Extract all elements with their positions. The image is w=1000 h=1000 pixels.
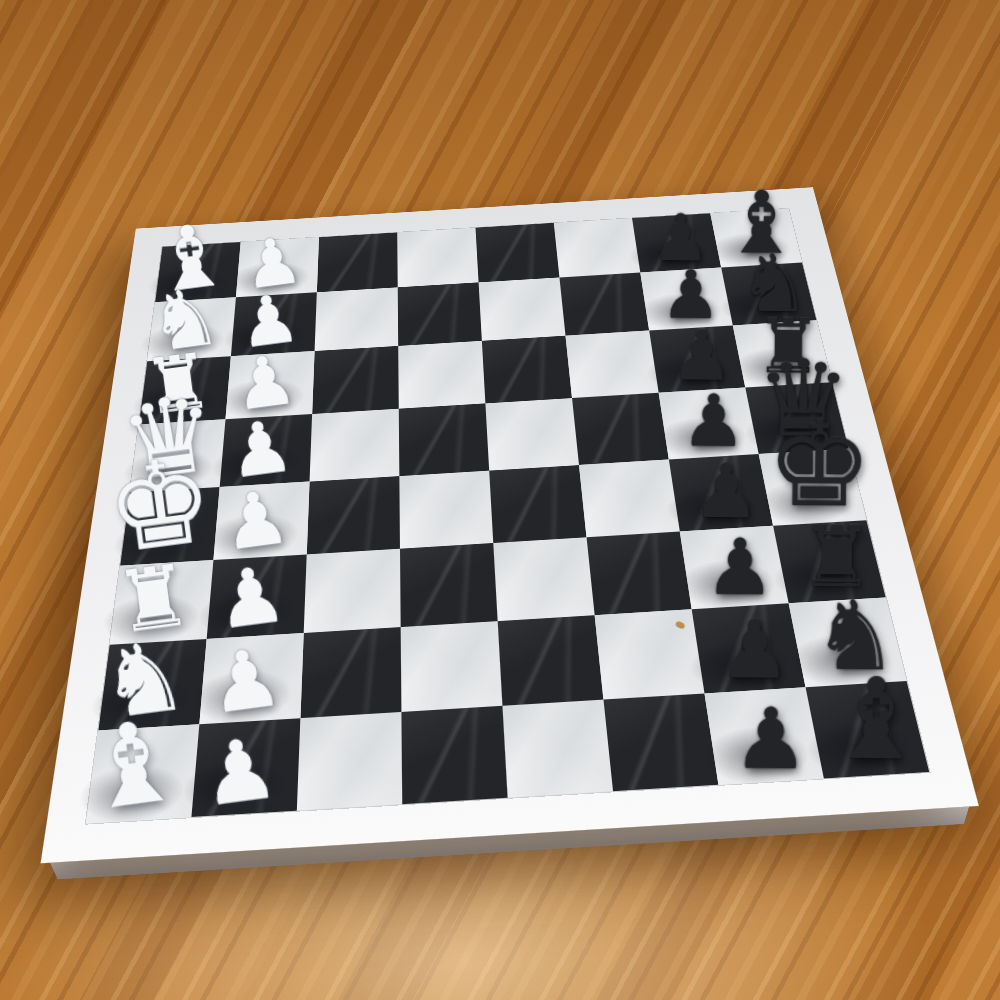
white-bishop: ♝ [76,707,189,823]
square [489,465,586,543]
square: ♟ [669,454,773,531]
square [297,712,402,811]
square [498,615,604,706]
square: ♟ [680,526,789,609]
black-pawn: ♟ [681,387,746,454]
black-pawn: ♟ [718,612,791,687]
square [399,403,489,476]
square [479,277,566,340]
square [587,532,692,616]
square: ♝ [86,724,199,823]
board-perspective-wrap: ♝♟♟♝♞♟♟♞♜♟♟♜♛♟♟♛♚♟♟♚♜♟♟♜♞♟♟♞♝♟♟♝ [0,0,1000,1000]
black-king: ♚ [766,411,873,521]
square [475,223,559,282]
square [304,549,401,633]
square: ♟ [207,554,307,639]
square [579,460,680,538]
square [493,537,594,621]
square [595,609,705,699]
square [400,543,498,627]
black-pawn: ♟ [733,700,809,778]
square [485,398,579,471]
black-pawn: ♟ [705,531,775,603]
black-bishop: ♝ [825,667,927,771]
square: ♟ [213,482,309,561]
white-pawn: ♟ [197,728,282,815]
white-pawn: ♟ [212,557,290,637]
square: ♝ [806,681,930,778]
square [401,621,503,712]
square [572,393,669,465]
photo-stage: ♝♟♟♝♞♟♟♞♜♟♟♜♛♟♟♛♚♟♟♚♜♟♟♜♞♟♟♞♝♟♟♝ [0,0,1000,1000]
black-pawn: ♟ [692,456,760,525]
square [310,409,400,482]
square: ♟ [191,718,300,817]
square [398,282,482,346]
square [397,228,478,288]
white-pawn: ♟ [218,481,293,558]
square [482,336,572,404]
square [300,627,401,718]
square [398,341,485,409]
white-pawn: ♟ [204,639,286,722]
square: ♟ [199,633,303,724]
square [317,232,398,292]
square [401,706,507,804]
square: ♟ [705,687,824,785]
square [315,287,399,351]
square [307,476,400,554]
square: ♟ [692,603,806,693]
square [399,471,493,549]
chess-board: ♝♟♟♝♞♟♟♞♜♟♟♜♛♟♟♛♚♟♟♚♜♟♟♜♞♟♟♞♝♟♟♝ [41,187,979,863]
board-squares: ♝♟♟♝♞♟♟♞♜♟♟♜♛♟♟♛♚♟♟♚♜♟♟♜♞♟♟♞♝♟♟♝ [86,209,929,824]
square [312,346,399,414]
board-rotation-wrap: ♝♟♟♝♞♟♟♞♜♟♟♜♛♟♟♛♚♟♟♚♜♟♟♜♞♟♟♞♝♟♟♝ [0,0,1000,1000]
square [502,700,613,798]
